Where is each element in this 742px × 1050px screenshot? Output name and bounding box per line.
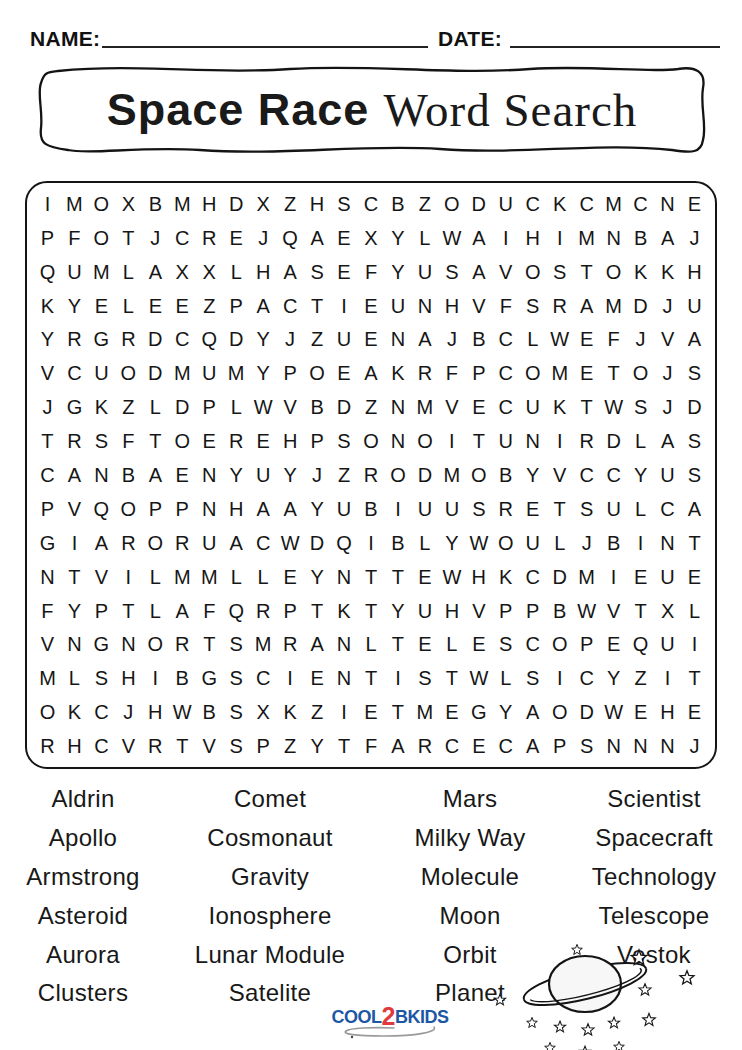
grid-cell-r6c11[interactable]: O — [304, 356, 331, 390]
grid-cell-r8c10[interactable]: H — [277, 424, 304, 458]
grid-cell-r14c24[interactable]: U — [654, 627, 681, 661]
grid-cell-r11c22[interactable]: B — [600, 526, 627, 560]
grid-cell-r6c1[interactable]: V — [34, 356, 61, 390]
grid-cell-r11c21[interactable]: J — [573, 526, 600, 560]
grid-cell-r17c12[interactable]: T — [331, 729, 358, 763]
grid-cell-r16c14[interactable]: T — [384, 695, 411, 729]
grid-cell-r8c9[interactable]: E — [250, 424, 277, 458]
grid-cell-r14c21[interactable]: P — [573, 627, 600, 661]
grid-cell-r9c17[interactable]: O — [465, 458, 492, 492]
grid-cell-r1c18[interactable]: U — [492, 187, 519, 221]
grid-cell-r8c18[interactable]: U — [492, 424, 519, 458]
grid-cell-r13c11[interactable]: T — [304, 594, 331, 628]
grid-cell-r2c12[interactable]: E — [331, 221, 358, 255]
grid-cell-r5c16[interactable]: J — [438, 323, 465, 357]
grid-cell-r5c7[interactable]: Q — [196, 323, 223, 357]
grid-cell-r17c16[interactable]: C — [438, 729, 465, 763]
word-list-item[interactable]: Cosmonaut — [166, 819, 374, 858]
grid-cell-r13c9[interactable]: R — [250, 594, 277, 628]
grid-cell-r6c25[interactable]: S — [681, 356, 708, 390]
grid-cell-r17c24[interactable]: N — [654, 729, 681, 763]
grid-cell-r13c17[interactable]: V — [465, 594, 492, 628]
grid-cell-r7c12[interactable]: D — [331, 390, 358, 424]
grid-cell-r17c25[interactable]: J — [681, 729, 708, 763]
word-list-item[interactable]: Apollo — [0, 819, 166, 858]
grid-cell-r4c14[interactable]: U — [384, 289, 411, 323]
grid-cell-r3c8[interactable]: L — [223, 255, 250, 289]
grid-cell-r7c18[interactable]: C — [492, 390, 519, 424]
grid-cell-r2c19[interactable]: H — [519, 221, 546, 255]
grid-cell-r15c25[interactable]: T — [681, 661, 708, 695]
grid-cell-r3c13[interactable]: F — [358, 255, 385, 289]
grid-cell-r13c19[interactable]: P — [519, 594, 546, 628]
word-list-item[interactable]: Vostok — [566, 935, 742, 974]
grid-cell-r2c1[interactable]: P — [34, 221, 61, 255]
grid-cell-r11c6[interactable]: R — [169, 526, 196, 560]
grid-cell-r16c23[interactable]: E — [627, 695, 654, 729]
grid-cell-r2c7[interactable]: R — [196, 221, 223, 255]
grid-cell-r7c24[interactable]: J — [654, 390, 681, 424]
grid-cell-r1c4[interactable]: X — [115, 187, 142, 221]
grid-cell-r6c18[interactable]: C — [492, 356, 519, 390]
grid-cell-r10c1[interactable]: P — [34, 492, 61, 526]
grid-cell-r2c21[interactable]: M — [573, 221, 600, 255]
grid-cell-r14c14[interactable]: T — [384, 627, 411, 661]
grid-cell-r13c4[interactable]: T — [115, 594, 142, 628]
grid-cell-r2c6[interactable]: C — [169, 221, 196, 255]
grid-cell-r4c24[interactable]: J — [654, 289, 681, 323]
grid-cell-r5c12[interactable]: U — [331, 323, 358, 357]
grid-cell-r5c14[interactable]: N — [384, 323, 411, 357]
grid-cell-r9c19[interactable]: Y — [519, 458, 546, 492]
word-list-item[interactable]: Spacecraft — [566, 819, 742, 858]
grid-cell-r5c6[interactable]: C — [169, 323, 196, 357]
grid-cell-r17c2[interactable]: H — [61, 729, 88, 763]
grid-cell-r10c25[interactable]: A — [681, 492, 708, 526]
grid-cell-r13c22[interactable]: V — [600, 594, 627, 628]
grid-cell-r3c16[interactable]: S — [438, 255, 465, 289]
grid-cell-r13c6[interactable]: A — [169, 594, 196, 628]
grid-cell-r6c6[interactable]: M — [169, 356, 196, 390]
grid-cell-r5c21[interactable]: E — [573, 323, 600, 357]
grid-cell-r8c4[interactable]: F — [115, 424, 142, 458]
grid-cell-r3c1[interactable]: Q — [34, 255, 61, 289]
grid-cell-r6c9[interactable]: Y — [250, 356, 277, 390]
word-list-item[interactable]: Aurora — [0, 935, 166, 974]
grid-cell-r15c9[interactable]: C — [250, 661, 277, 695]
grid-cell-r12c18[interactable]: K — [492, 560, 519, 594]
grid-cell-r15c24[interactable]: I — [654, 661, 681, 695]
grid-cell-r4c5[interactable]: E — [142, 289, 169, 323]
grid-cell-r1c24[interactable]: N — [654, 187, 681, 221]
grid-cell-r1c11[interactable]: H — [304, 187, 331, 221]
grid-cell-r4c6[interactable]: E — [169, 289, 196, 323]
grid-cell-r13c15[interactable]: U — [411, 594, 438, 628]
grid-cell-r11c17[interactable]: W — [465, 526, 492, 560]
grid-cell-r7c16[interactable]: V — [438, 390, 465, 424]
grid-cell-r13c10[interactable]: P — [277, 594, 304, 628]
grid-cell-r15c22[interactable]: Y — [600, 661, 627, 695]
grid-cell-r13c14[interactable]: Y — [384, 594, 411, 628]
grid-cell-r11c8[interactable]: A — [223, 526, 250, 560]
grid-cell-r12c22[interactable]: I — [600, 560, 627, 594]
grid-cell-r17c5[interactable]: R — [142, 729, 169, 763]
grid-cell-r16c5[interactable]: H — [142, 695, 169, 729]
grid-cell-r15c4[interactable]: H — [115, 661, 142, 695]
grid-cell-r15c15[interactable]: S — [411, 661, 438, 695]
grid-cell-r4c20[interactable]: R — [546, 289, 573, 323]
grid-cell-r4c16[interactable]: H — [438, 289, 465, 323]
grid-cell-r4c17[interactable]: V — [465, 289, 492, 323]
grid-cell-r10c17[interactable]: S — [465, 492, 492, 526]
grid-cell-r10c23[interactable]: L — [627, 492, 654, 526]
word-list-item[interactable]: Mars — [374, 780, 566, 819]
grid-cell-r5c5[interactable]: D — [142, 323, 169, 357]
grid-cell-r6c8[interactable]: M — [223, 356, 250, 390]
grid-cell-r12c12[interactable]: N — [331, 560, 358, 594]
grid-cell-r9c10[interactable]: Y — [277, 458, 304, 492]
grid-cell-r15c2[interactable]: L — [61, 661, 88, 695]
grid-cell-r1c19[interactable]: C — [519, 187, 546, 221]
grid-cell-r10c11[interactable]: Y — [304, 492, 331, 526]
grid-cell-r12c1[interactable]: N — [34, 560, 61, 594]
grid-cell-r11c9[interactable]: C — [250, 526, 277, 560]
grid-cell-r14c16[interactable]: L — [438, 627, 465, 661]
grid-cell-r7c15[interactable]: M — [411, 390, 438, 424]
grid-cell-r13c25[interactable]: L — [681, 594, 708, 628]
grid-cell-r16c20[interactable]: O — [546, 695, 573, 729]
grid-cell-r8c2[interactable]: R — [61, 424, 88, 458]
grid-cell-r1c23[interactable]: C — [627, 187, 654, 221]
grid-cell-r17c15[interactable]: R — [411, 729, 438, 763]
grid-cell-r5c17[interactable]: B — [465, 323, 492, 357]
word-list-item[interactable]: Armstrong — [0, 858, 166, 897]
grid-cell-r12c25[interactable]: E — [681, 560, 708, 594]
grid-cell-r6c24[interactable]: J — [654, 356, 681, 390]
grid-cell-r3c15[interactable]: U — [411, 255, 438, 289]
grid-cell-r9c15[interactable]: D — [411, 458, 438, 492]
grid-cell-r16c21[interactable]: D — [573, 695, 600, 729]
grid-cell-r15c3[interactable]: S — [88, 661, 115, 695]
grid-cell-r4c3[interactable]: E — [88, 289, 115, 323]
grid-cell-r3c24[interactable]: K — [654, 255, 681, 289]
grid-cell-r15c23[interactable]: Z — [627, 661, 654, 695]
grid-cell-r2c11[interactable]: A — [304, 221, 331, 255]
grid-cell-r3c10[interactable]: A — [277, 255, 304, 289]
grid-cell-r7c5[interactable]: L — [142, 390, 169, 424]
grid-cell-r7c25[interactable]: D — [681, 390, 708, 424]
grid-cell-r12c16[interactable]: W — [438, 560, 465, 594]
grid-cell-r3c12[interactable]: E — [331, 255, 358, 289]
grid-cell-r14c25[interactable]: I — [681, 627, 708, 661]
grid-cell-r10c9[interactable]: A — [250, 492, 277, 526]
grid-cell-r1c25[interactable]: E — [681, 187, 708, 221]
grid-cell-r14c3[interactable]: G — [88, 627, 115, 661]
grid-cell-r9c23[interactable]: Y — [627, 458, 654, 492]
grid-cell-r1c10[interactable]: Z — [277, 187, 304, 221]
grid-cell-r16c15[interactable]: M — [411, 695, 438, 729]
word-list-item[interactable]: Lunar Module — [166, 935, 374, 974]
grid-cell-r5c22[interactable]: F — [600, 323, 627, 357]
grid-cell-r2c16[interactable]: W — [438, 221, 465, 255]
grid-cell-r3c11[interactable]: S — [304, 255, 331, 289]
grid-cell-r11c12[interactable]: Q — [331, 526, 358, 560]
grid-cell-r12c19[interactable]: C — [519, 560, 546, 594]
grid-cell-r8c1[interactable]: T — [34, 424, 61, 458]
grid-cell-r7c13[interactable]: Z — [358, 390, 385, 424]
grid-cell-r1c3[interactable]: O — [88, 187, 115, 221]
grid-cell-r11c13[interactable]: I — [358, 526, 385, 560]
grid-cell-r16c9[interactable]: X — [250, 695, 277, 729]
grid-cell-r15c7[interactable]: G — [196, 661, 223, 695]
grid-cell-r13c20[interactable]: B — [546, 594, 573, 628]
grid-cell-r1c21[interactable]: C — [573, 187, 600, 221]
grid-cell-r17c10[interactable]: Z — [277, 729, 304, 763]
grid-cell-r7c3[interactable]: K — [88, 390, 115, 424]
grid-cell-r6c23[interactable]: O — [627, 356, 654, 390]
grid-cell-r16c24[interactable]: H — [654, 695, 681, 729]
grid-cell-r10c8[interactable]: H — [223, 492, 250, 526]
word-list-item[interactable]: Clusters — [0, 974, 166, 1013]
grid-cell-r16c16[interactable]: E — [438, 695, 465, 729]
grid-cell-r14c10[interactable]: R — [277, 627, 304, 661]
grid-cell-r3c22[interactable]: O — [600, 255, 627, 289]
grid-cell-r6c21[interactable]: E — [573, 356, 600, 390]
grid-cell-r4c10[interactable]: C — [277, 289, 304, 323]
grid-cell-r5c19[interactable]: L — [519, 323, 546, 357]
grid-cell-r10c15[interactable]: U — [411, 492, 438, 526]
grid-cell-r17c21[interactable]: S — [573, 729, 600, 763]
grid-cell-r4c11[interactable]: T — [304, 289, 331, 323]
grid-cell-r3c18[interactable]: V — [492, 255, 519, 289]
grid-cell-r6c15[interactable]: R — [411, 356, 438, 390]
grid-cell-r6c17[interactable]: P — [465, 356, 492, 390]
grid-cell-r7c20[interactable]: K — [546, 390, 573, 424]
grid-cell-r17c4[interactable]: V — [115, 729, 142, 763]
grid-cell-r15c12[interactable]: N — [331, 661, 358, 695]
grid-cell-r10c7[interactable]: N — [196, 492, 223, 526]
grid-cell-r16c6[interactable]: W — [169, 695, 196, 729]
grid-cell-r7c22[interactable]: W — [600, 390, 627, 424]
word-list-item[interactable]: Technology — [566, 858, 742, 897]
grid-cell-r12c17[interactable]: H — [465, 560, 492, 594]
grid-cell-r3c17[interactable]: A — [465, 255, 492, 289]
grid-cell-r16c8[interactable]: S — [223, 695, 250, 729]
grid-cell-r12c21[interactable]: M — [573, 560, 600, 594]
grid-cell-r9c22[interactable]: C — [600, 458, 627, 492]
grid-cell-r6c22[interactable]: T — [600, 356, 627, 390]
word-list-item[interactable]: Milky Way — [374, 819, 566, 858]
grid-cell-r17c22[interactable]: N — [600, 729, 627, 763]
grid-cell-r11c14[interactable]: B — [384, 526, 411, 560]
grid-cell-r9c21[interactable]: C — [573, 458, 600, 492]
grid-cell-r17c14[interactable]: A — [384, 729, 411, 763]
grid-cell-r4c25[interactable]: U — [681, 289, 708, 323]
grid-cell-r2c2[interactable]: F — [61, 221, 88, 255]
grid-cell-r5c24[interactable]: V — [654, 323, 681, 357]
grid-cell-r4c23[interactable]: D — [627, 289, 654, 323]
grid-cell-r6c4[interactable]: O — [115, 356, 142, 390]
grid-cell-r9c18[interactable]: B — [492, 458, 519, 492]
grid-cell-r4c7[interactable]: Z — [196, 289, 223, 323]
grid-cell-r8c22[interactable]: D — [600, 424, 627, 458]
grid-cell-r9c20[interactable]: V — [546, 458, 573, 492]
grid-cell-r14c7[interactable]: T — [196, 627, 223, 661]
grid-cell-r5c18[interactable]: C — [492, 323, 519, 357]
grid-cell-r8c6[interactable]: O — [169, 424, 196, 458]
grid-cell-r1c9[interactable]: X — [250, 187, 277, 221]
grid-cell-r16c18[interactable]: Y — [492, 695, 519, 729]
grid-cell-r4c15[interactable]: N — [411, 289, 438, 323]
grid-cell-r3c3[interactable]: M — [88, 255, 115, 289]
grid-cell-r10c4[interactable]: O — [115, 492, 142, 526]
grid-cell-r6c12[interactable]: E — [331, 356, 358, 390]
grid-cell-r3c20[interactable]: S — [546, 255, 573, 289]
grid-cell-r14c19[interactable]: C — [519, 627, 546, 661]
grid-cell-r2c22[interactable]: N — [600, 221, 627, 255]
grid-cell-r1c12[interactable]: S — [331, 187, 358, 221]
grid-cell-r1c5[interactable]: B — [142, 187, 169, 221]
grid-cell-r12c10[interactable]: E — [277, 560, 304, 594]
date-fill-line[interactable] — [510, 46, 720, 48]
grid-cell-r9c9[interactable]: U — [250, 458, 277, 492]
grid-cell-r2c10[interactable]: Q — [277, 221, 304, 255]
grid-cell-r16c12[interactable]: I — [331, 695, 358, 729]
grid-cell-r5c1[interactable]: Y — [34, 323, 61, 357]
grid-cell-r16c7[interactable]: B — [196, 695, 223, 729]
grid-cell-r1c14[interactable]: B — [384, 187, 411, 221]
grid-cell-r15c5[interactable]: I — [142, 661, 169, 695]
grid-cell-r11c15[interactable]: L — [411, 526, 438, 560]
grid-cell-r11c1[interactable]: G — [34, 526, 61, 560]
grid-cell-r12c3[interactable]: V — [88, 560, 115, 594]
grid-cell-r6c10[interactable]: P — [277, 356, 304, 390]
grid-cell-r17c8[interactable]: S — [223, 729, 250, 763]
grid-cell-r4c2[interactable]: Y — [61, 289, 88, 323]
grid-cell-r10c10[interactable]: A — [277, 492, 304, 526]
grid-cell-r16c11[interactable]: Z — [304, 695, 331, 729]
grid-cell-r1c6[interactable]: M — [169, 187, 196, 221]
grid-cell-r3c23[interactable]: K — [627, 255, 654, 289]
grid-cell-r13c23[interactable]: T — [627, 594, 654, 628]
grid-cell-r7c7[interactable]: P — [196, 390, 223, 424]
grid-cell-r9c7[interactable]: N — [196, 458, 223, 492]
grid-cell-r8c8[interactable]: R — [223, 424, 250, 458]
grid-cell-r8c25[interactable]: S — [681, 424, 708, 458]
grid-cell-r9c14[interactable]: O — [384, 458, 411, 492]
grid-cell-r5c8[interactable]: D — [223, 323, 250, 357]
grid-cell-r14c2[interactable]: N — [61, 627, 88, 661]
word-list-item[interactable]: Asteroid — [0, 896, 166, 935]
grid-cell-r4c18[interactable]: F — [492, 289, 519, 323]
grid-cell-r5c9[interactable]: Y — [250, 323, 277, 357]
grid-cell-r8c15[interactable]: O — [411, 424, 438, 458]
grid-cell-r17c1[interactable]: R — [34, 729, 61, 763]
grid-cell-r13c3[interactable]: P — [88, 594, 115, 628]
grid-cell-r14c9[interactable]: M — [250, 627, 277, 661]
grid-cell-r8c13[interactable]: O — [358, 424, 385, 458]
grid-cell-r15c13[interactable]: T — [358, 661, 385, 695]
grid-cell-r14c5[interactable]: O — [142, 627, 169, 661]
grid-cell-r11c20[interactable]: L — [546, 526, 573, 560]
grid-cell-r3c21[interactable]: T — [573, 255, 600, 289]
grid-cell-r8c21[interactable]: R — [573, 424, 600, 458]
grid-cell-r10c16[interactable]: U — [438, 492, 465, 526]
grid-cell-r10c12[interactable]: U — [331, 492, 358, 526]
grid-cell-r11c18[interactable]: O — [492, 526, 519, 560]
grid-cell-r3c6[interactable]: X — [169, 255, 196, 289]
grid-cell-r2c3[interactable]: O — [88, 221, 115, 255]
grid-cell-r6c7[interactable]: U — [196, 356, 223, 390]
grid-cell-r2c9[interactable]: J — [250, 221, 277, 255]
grid-cell-r1c20[interactable]: K — [546, 187, 573, 221]
grid-cell-r13c2[interactable]: Y — [61, 594, 88, 628]
grid-cell-r2c14[interactable]: Y — [384, 221, 411, 255]
grid-cell-r14c8[interactable]: S — [223, 627, 250, 661]
grid-cell-r7c23[interactable]: S — [627, 390, 654, 424]
grid-cell-r10c13[interactable]: B — [358, 492, 385, 526]
grid-cell-r12c8[interactable]: L — [223, 560, 250, 594]
word-list-item[interactable]: Telescope — [566, 896, 742, 935]
grid-cell-r16c3[interactable]: C — [88, 695, 115, 729]
grid-cell-r11c16[interactable]: Y — [438, 526, 465, 560]
grid-cell-r6c19[interactable]: O — [519, 356, 546, 390]
grid-cell-r9c12[interactable]: Z — [331, 458, 358, 492]
grid-cell-r3c25[interactable]: H — [681, 255, 708, 289]
grid-cell-r11c4[interactable]: R — [115, 526, 142, 560]
grid-cell-r3c19[interactable]: O — [519, 255, 546, 289]
grid-cell-r10c6[interactable]: P — [169, 492, 196, 526]
grid-cell-r17c19[interactable]: A — [519, 729, 546, 763]
grid-cell-r11c5[interactable]: O — [142, 526, 169, 560]
grid-cell-r13c16[interactable]: H — [438, 594, 465, 628]
word-list-item[interactable]: Comet — [166, 780, 374, 819]
grid-cell-r13c13[interactable]: T — [358, 594, 385, 628]
grid-cell-r15c19[interactable]: S — [519, 661, 546, 695]
grid-cell-r9c4[interactable]: B — [115, 458, 142, 492]
grid-cell-r14c15[interactable]: E — [411, 627, 438, 661]
grid-cell-r7c17[interactable]: E — [465, 390, 492, 424]
grid-cell-r2c18[interactable]: I — [492, 221, 519, 255]
grid-cell-r17c17[interactable]: E — [465, 729, 492, 763]
grid-cell-r10c22[interactable]: U — [600, 492, 627, 526]
grid-cell-r11c19[interactable]: U — [519, 526, 546, 560]
grid-cell-r7c6[interactable]: D — [169, 390, 196, 424]
grid-cell-r7c19[interactable]: U — [519, 390, 546, 424]
grid-cell-r1c13[interactable]: C — [358, 187, 385, 221]
grid-cell-r5c13[interactable]: E — [358, 323, 385, 357]
grid-cell-r16c17[interactable]: G — [465, 695, 492, 729]
grid-cell-r9c16[interactable]: M — [438, 458, 465, 492]
grid-cell-r5c3[interactable]: G — [88, 323, 115, 357]
grid-cell-r9c2[interactable]: A — [61, 458, 88, 492]
grid-cell-r5c20[interactable]: W — [546, 323, 573, 357]
grid-cell-r11c7[interactable]: U — [196, 526, 223, 560]
grid-cell-r7c14[interactable]: N — [384, 390, 411, 424]
grid-cell-r16c19[interactable]: A — [519, 695, 546, 729]
grid-cell-r10c5[interactable]: P — [142, 492, 169, 526]
grid-cell-r17c9[interactable]: P — [250, 729, 277, 763]
grid-cell-r8c7[interactable]: E — [196, 424, 223, 458]
grid-cell-r6c16[interactable]: F — [438, 356, 465, 390]
grid-cell-r12c11[interactable]: Y — [304, 560, 331, 594]
grid-cell-r2c15[interactable]: L — [411, 221, 438, 255]
grid-cell-r9c1[interactable]: C — [34, 458, 61, 492]
grid-cell-r10c24[interactable]: C — [654, 492, 681, 526]
grid-cell-r2c20[interactable]: I — [546, 221, 573, 255]
grid-cell-r1c2[interactable]: M — [61, 187, 88, 221]
grid-cell-r8c20[interactable]: I — [546, 424, 573, 458]
